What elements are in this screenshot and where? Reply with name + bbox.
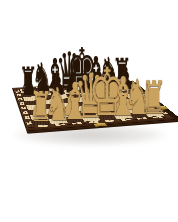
rank-label-4: 4 xyxy=(21,107,26,110)
rank-label-2: 2 xyxy=(24,116,30,119)
chess-board-box: abcdefgh abcdefgh 87654321 87654321 xyxy=(12,81,178,134)
product-photo-chess-set: abcdefgh abcdefgh 87654321 87654321 ♜♞♝♛… xyxy=(0,0,178,222)
rank-label-7: 7 xyxy=(16,94,21,96)
rank-label-3: 3 xyxy=(22,111,27,114)
rank-label-5: 5 xyxy=(19,102,24,105)
rank-label-6: 6 xyxy=(18,98,23,100)
rank-label-8: 8 xyxy=(15,90,20,92)
board-perspective-wrapper: abcdefgh abcdefgh 87654321 87654321 xyxy=(0,0,178,222)
rank-label-1: 1 xyxy=(26,121,32,124)
